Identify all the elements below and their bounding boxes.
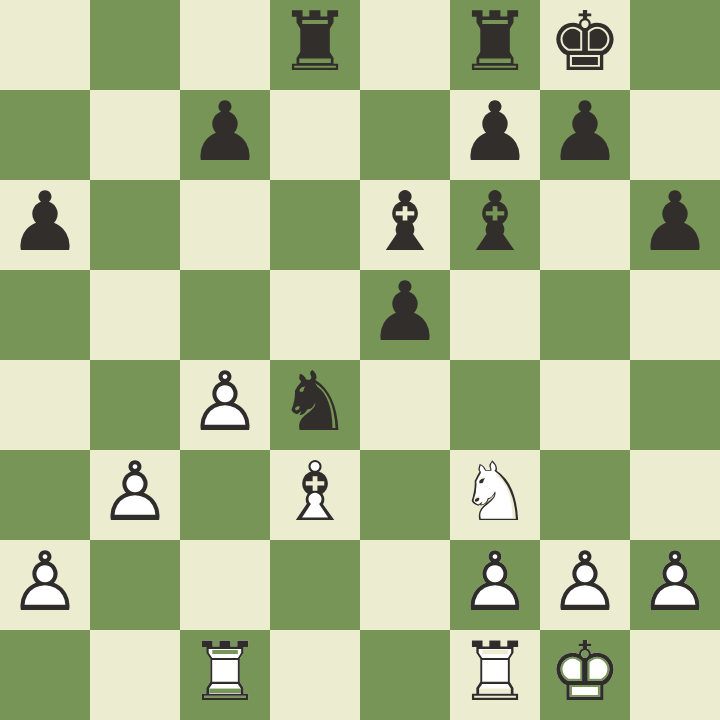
piece-white-pawn[interactable]: ♟♙: [180, 360, 270, 450]
chess-board: ♜♜♚♟♟♟♟♝♝♟♟♟♙♞♟♙♝♗♞♘♟♙♟♙♟♙♟♙♜♖♜♖♚♔: [0, 0, 720, 720]
square-g7[interactable]: ♟: [540, 90, 630, 180]
square-f3[interactable]: ♞♘: [450, 450, 540, 540]
square-a7[interactable]: [0, 90, 90, 180]
square-h6[interactable]: ♟: [630, 180, 720, 270]
black-piece-fill-layer: ♝: [450, 180, 540, 270]
square-b4[interactable]: [90, 360, 180, 450]
square-g6[interactable]: [540, 180, 630, 270]
square-h1[interactable]: [630, 630, 720, 720]
square-f1[interactable]: ♜♖: [450, 630, 540, 720]
square-h8[interactable]: [630, 0, 720, 90]
white-piece-outline-layer: ♙: [0, 540, 90, 630]
black-piece-fill-layer: ♜: [450, 0, 540, 90]
square-b1[interactable]: [90, 630, 180, 720]
white-piece-outline-layer: ♖: [450, 630, 540, 720]
piece-black-pawn[interactable]: ♟: [0, 180, 90, 270]
square-e2[interactable]: [360, 540, 450, 630]
square-g8[interactable]: ♚: [540, 0, 630, 90]
square-b2[interactable]: [90, 540, 180, 630]
square-g3[interactable]: [540, 450, 630, 540]
square-c5[interactable]: [180, 270, 270, 360]
square-h4[interactable]: [630, 360, 720, 450]
white-piece-outline-layer: ♙: [180, 360, 270, 450]
black-piece-fill-layer: ♞: [270, 360, 360, 450]
black-piece-fill-layer: ♟: [180, 90, 270, 180]
piece-black-bishop[interactable]: ♝: [450, 180, 540, 270]
piece-black-rook[interactable]: ♜: [450, 0, 540, 90]
square-b6[interactable]: [90, 180, 180, 270]
square-e1[interactable]: [360, 630, 450, 720]
square-a4[interactable]: [0, 360, 90, 450]
square-e5[interactable]: ♟: [360, 270, 450, 360]
piece-white-rook[interactable]: ♜♖: [450, 630, 540, 720]
square-f6[interactable]: ♝: [450, 180, 540, 270]
square-c4[interactable]: ♟♙: [180, 360, 270, 450]
square-f5[interactable]: [450, 270, 540, 360]
chess-board-container: ♜♜♚♟♟♟♟♝♝♟♟♟♙♞♟♙♝♗♞♘♟♙♟♙♟♙♟♙♜♖♜♖♚♔: [0, 0, 720, 720]
square-h2[interactable]: ♟♙: [630, 540, 720, 630]
white-piece-outline-layer: ♙: [450, 540, 540, 630]
square-a6[interactable]: ♟: [0, 180, 90, 270]
square-d8[interactable]: ♜: [270, 0, 360, 90]
piece-white-pawn[interactable]: ♟♙: [540, 540, 630, 630]
square-c1[interactable]: ♜♖: [180, 630, 270, 720]
square-c6[interactable]: [180, 180, 270, 270]
square-c8[interactable]: [180, 0, 270, 90]
square-a8[interactable]: [0, 0, 90, 90]
piece-black-pawn[interactable]: ♟: [360, 270, 450, 360]
square-g2[interactable]: ♟♙: [540, 540, 630, 630]
square-e4[interactable]: [360, 360, 450, 450]
square-b5[interactable]: [90, 270, 180, 360]
square-g4[interactable]: [540, 360, 630, 450]
piece-black-bishop[interactable]: ♝: [360, 180, 450, 270]
black-piece-fill-layer: ♟: [0, 180, 90, 270]
square-f4[interactable]: [450, 360, 540, 450]
square-a2[interactable]: ♟♙: [0, 540, 90, 630]
white-piece-outline-layer: ♙: [90, 450, 180, 540]
square-d3[interactable]: ♝♗: [270, 450, 360, 540]
square-a1[interactable]: [0, 630, 90, 720]
square-h7[interactable]: [630, 90, 720, 180]
square-e8[interactable]: [360, 0, 450, 90]
square-f2[interactable]: ♟♙: [450, 540, 540, 630]
piece-white-pawn[interactable]: ♟♙: [0, 540, 90, 630]
square-d7[interactable]: [270, 90, 360, 180]
square-d2[interactable]: [270, 540, 360, 630]
square-a5[interactable]: [0, 270, 90, 360]
piece-white-pawn[interactable]: ♟♙: [450, 540, 540, 630]
square-d4[interactable]: ♞: [270, 360, 360, 450]
black-piece-fill-layer: ♚: [540, 0, 630, 90]
square-d6[interactable]: [270, 180, 360, 270]
piece-black-rook[interactable]: ♜: [270, 0, 360, 90]
piece-white-bishop[interactable]: ♝♗: [270, 450, 360, 540]
square-b3[interactable]: ♟♙: [90, 450, 180, 540]
square-d5[interactable]: [270, 270, 360, 360]
black-piece-fill-layer: ♟: [630, 180, 720, 270]
piece-black-pawn[interactable]: ♟: [450, 90, 540, 180]
black-piece-fill-layer: ♝: [360, 180, 450, 270]
white-piece-outline-layer: ♙: [630, 540, 720, 630]
white-piece-outline-layer: ♖: [180, 630, 270, 720]
square-e7[interactable]: [360, 90, 450, 180]
square-c2[interactable]: [180, 540, 270, 630]
piece-white-pawn[interactable]: ♟♙: [90, 450, 180, 540]
square-g1[interactable]: ♚♔: [540, 630, 630, 720]
piece-black-king[interactable]: ♚: [540, 0, 630, 90]
square-f7[interactable]: ♟: [450, 90, 540, 180]
square-g5[interactable]: [540, 270, 630, 360]
square-d1[interactable]: [270, 630, 360, 720]
square-e6[interactable]: ♝: [360, 180, 450, 270]
piece-white-king[interactable]: ♚♔: [540, 630, 630, 720]
black-piece-fill-layer: ♟: [540, 90, 630, 180]
black-piece-fill-layer: ♟: [450, 90, 540, 180]
square-b8[interactable]: [90, 0, 180, 90]
square-b7[interactable]: [90, 90, 180, 180]
square-c7[interactable]: ♟: [180, 90, 270, 180]
piece-black-pawn[interactable]: ♟: [180, 90, 270, 180]
square-f8[interactable]: ♜: [450, 0, 540, 90]
piece-black-pawn[interactable]: ♟: [540, 90, 630, 180]
black-piece-fill-layer: ♜: [270, 0, 360, 90]
white-piece-outline-layer: ♗: [270, 450, 360, 540]
piece-white-pawn[interactable]: ♟♙: [630, 540, 720, 630]
black-piece-fill-layer: ♟: [360, 270, 450, 360]
piece-white-knight[interactable]: ♞♘: [450, 450, 540, 540]
piece-black-pawn[interactable]: ♟: [630, 180, 720, 270]
square-a3[interactable]: [0, 450, 90, 540]
square-h3[interactable]: [630, 450, 720, 540]
square-e3[interactable]: [360, 450, 450, 540]
white-piece-outline-layer: ♙: [540, 540, 630, 630]
square-c3[interactable]: [180, 450, 270, 540]
piece-white-rook[interactable]: ♜♖: [180, 630, 270, 720]
piece-black-knight[interactable]: ♞: [270, 360, 360, 450]
white-piece-outline-layer: ♔: [540, 630, 630, 720]
white-piece-outline-layer: ♘: [450, 450, 540, 540]
square-h5[interactable]: [630, 270, 720, 360]
